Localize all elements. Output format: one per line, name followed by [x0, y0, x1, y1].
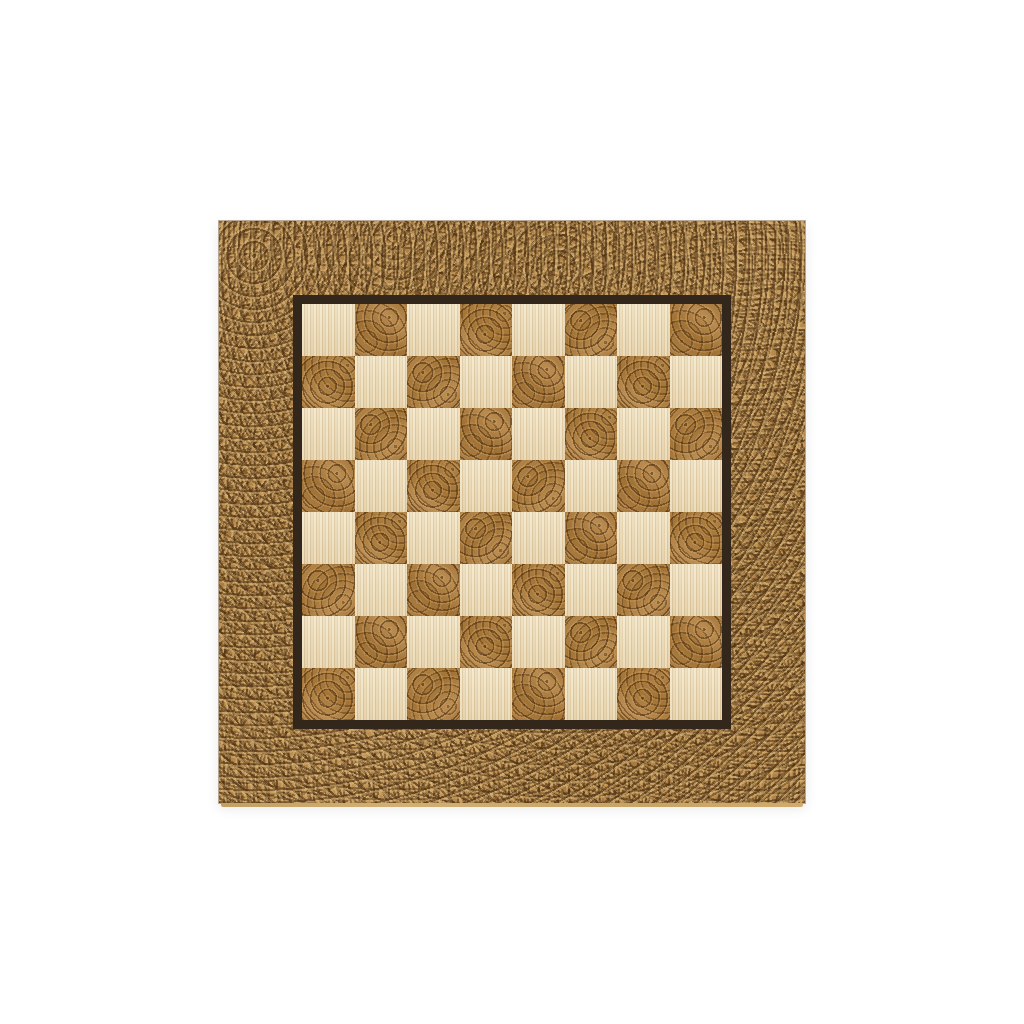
- playing-area: [293, 295, 731, 729]
- square-e7: [512, 356, 565, 408]
- square-c2: [407, 616, 460, 668]
- square-g3: [617, 564, 670, 616]
- square-c8: [407, 304, 460, 356]
- square-g2: [617, 616, 670, 668]
- square-f8: [565, 304, 618, 356]
- square-a8: [302, 304, 355, 356]
- square-b4: [355, 512, 408, 564]
- square-h4: [670, 512, 723, 564]
- chessboard: [219, 221, 805, 803]
- square-h2: [670, 616, 723, 668]
- square-c1: [407, 668, 460, 720]
- square-h1: [670, 668, 723, 720]
- square-d1: [460, 668, 513, 720]
- square-f1: [565, 668, 618, 720]
- square-f3: [565, 564, 618, 616]
- square-g7: [617, 356, 670, 408]
- square-f7: [565, 356, 618, 408]
- square-d7: [460, 356, 513, 408]
- square-d3: [460, 564, 513, 616]
- square-c6: [407, 408, 460, 460]
- square-e2: [512, 616, 565, 668]
- square-a1: [302, 668, 355, 720]
- square-b8: [355, 304, 408, 356]
- photo-background: [0, 0, 1024, 1024]
- square-g4: [617, 512, 670, 564]
- square-a6: [302, 408, 355, 460]
- square-e5: [512, 460, 565, 512]
- square-e8: [512, 304, 565, 356]
- square-b5: [355, 460, 408, 512]
- square-a2: [302, 616, 355, 668]
- square-g1: [617, 668, 670, 720]
- square-b7: [355, 356, 408, 408]
- square-f6: [565, 408, 618, 460]
- square-c3: [407, 564, 460, 616]
- square-b1: [355, 668, 408, 720]
- square-h6: [670, 408, 723, 460]
- square-c7: [407, 356, 460, 408]
- square-e1: [512, 668, 565, 720]
- square-g8: [617, 304, 670, 356]
- square-h8: [670, 304, 723, 356]
- square-d4: [460, 512, 513, 564]
- square-e3: [512, 564, 565, 616]
- square-a4: [302, 512, 355, 564]
- square-h5: [670, 460, 723, 512]
- square-b2: [355, 616, 408, 668]
- square-f2: [565, 616, 618, 668]
- square-d8: [460, 304, 513, 356]
- square-g6: [617, 408, 670, 460]
- square-a7: [302, 356, 355, 408]
- square-f5: [565, 460, 618, 512]
- board-bottom-edge: [221, 803, 803, 807]
- square-d2: [460, 616, 513, 668]
- square-d6: [460, 408, 513, 460]
- square-b3: [355, 564, 408, 616]
- square-grid: [302, 304, 722, 720]
- square-e4: [512, 512, 565, 564]
- square-f4: [565, 512, 618, 564]
- square-e6: [512, 408, 565, 460]
- square-a3: [302, 564, 355, 616]
- square-g5: [617, 460, 670, 512]
- square-h7: [670, 356, 723, 408]
- square-a5: [302, 460, 355, 512]
- square-d5: [460, 460, 513, 512]
- square-c5: [407, 460, 460, 512]
- square-c4: [407, 512, 460, 564]
- square-h3: [670, 564, 723, 616]
- square-b6: [355, 408, 408, 460]
